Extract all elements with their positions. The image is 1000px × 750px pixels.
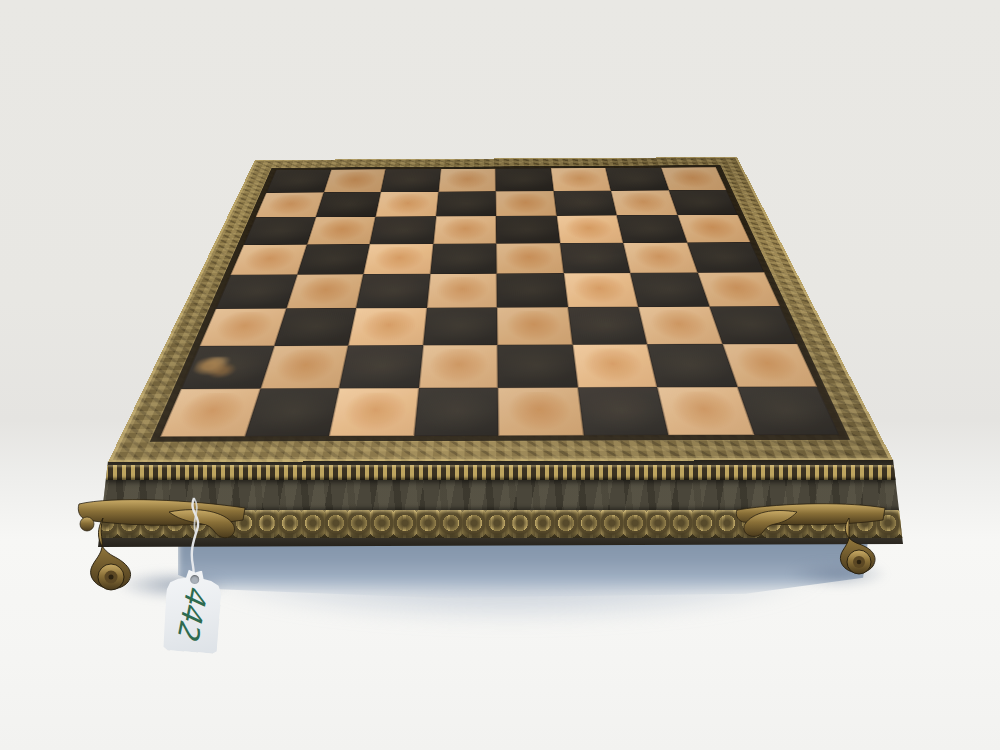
right-foot-icon: [733, 498, 891, 582]
square-r1c4: [496, 191, 557, 216]
square-r7c5: [577, 387, 668, 436]
square-r2c5: [556, 215, 623, 243]
square-r2c7: [677, 215, 750, 243]
square-r2c0: [244, 217, 316, 245]
square-r1c6: [611, 190, 677, 215]
scene: 442: [0, 0, 1000, 750]
square-r2c3: [433, 216, 496, 244]
square-r0c7: [661, 167, 727, 190]
square-r6c1: [260, 346, 348, 389]
square-r3c7: [687, 242, 765, 273]
square-r6c2: [339, 345, 423, 388]
square-r1c5: [553, 191, 616, 216]
front-bead-molding: [95, 465, 907, 480]
square-r2c4: [496, 216, 560, 244]
square-r4c0: [216, 275, 297, 309]
square-r4c2: [356, 274, 430, 308]
square-r3c0: [231, 244, 307, 275]
square-r1c2: [376, 192, 439, 217]
square-r4c4: [497, 273, 568, 307]
square-r2c6: [617, 215, 687, 243]
square-r6c3: [418, 345, 497, 388]
chessboard: [108, 157, 893, 462]
square-r7c4: [498, 387, 583, 436]
square-r7c1: [245, 388, 340, 436]
square-r5c6: [638, 306, 722, 344]
square-r0c5: [550, 168, 610, 191]
square-r5c1: [274, 308, 356, 346]
square-r4c1: [286, 274, 363, 308]
square-r7c3: [414, 387, 499, 435]
square-r4c3: [427, 274, 497, 308]
square-r3c2: [363, 244, 433, 275]
square-r5c5: [567, 307, 647, 345]
square-r3c3: [430, 243, 497, 274]
square-r3c5: [560, 243, 631, 274]
square-r1c7: [669, 190, 738, 215]
square-r2c1: [307, 217, 376, 245]
square-r0c2: [381, 169, 441, 192]
square-r5c2: [348, 308, 426, 346]
tag-hole: [190, 575, 200, 585]
stain-mark: [190, 356, 243, 378]
square-r0c4: [495, 168, 553, 191]
tag-number: 442: [173, 583, 211, 640]
square-r1c3: [436, 191, 496, 216]
square-r2c2: [370, 216, 436, 244]
square-r0c6: [606, 168, 669, 191]
front-right-brass-foot: [733, 498, 891, 582]
square-r4c5: [563, 273, 638, 307]
square-r1c1: [315, 192, 380, 217]
square-r6c4: [497, 345, 577, 388]
square-r5c0: [200, 308, 286, 346]
square-r4c6: [630, 273, 709, 307]
square-r0c0: [266, 170, 331, 193]
square-r0c3: [438, 169, 495, 192]
square-r3c4: [496, 243, 563, 274]
square-r3c1: [297, 244, 370, 275]
square-r6c5: [572, 344, 657, 387]
square-r1c0: [256, 192, 324, 217]
square-r7c2: [329, 388, 418, 436]
square-r5c4: [497, 307, 572, 345]
square-r0c1: [323, 169, 385, 192]
square-r5c3: [423, 307, 498, 345]
square-r3c6: [623, 242, 697, 273]
